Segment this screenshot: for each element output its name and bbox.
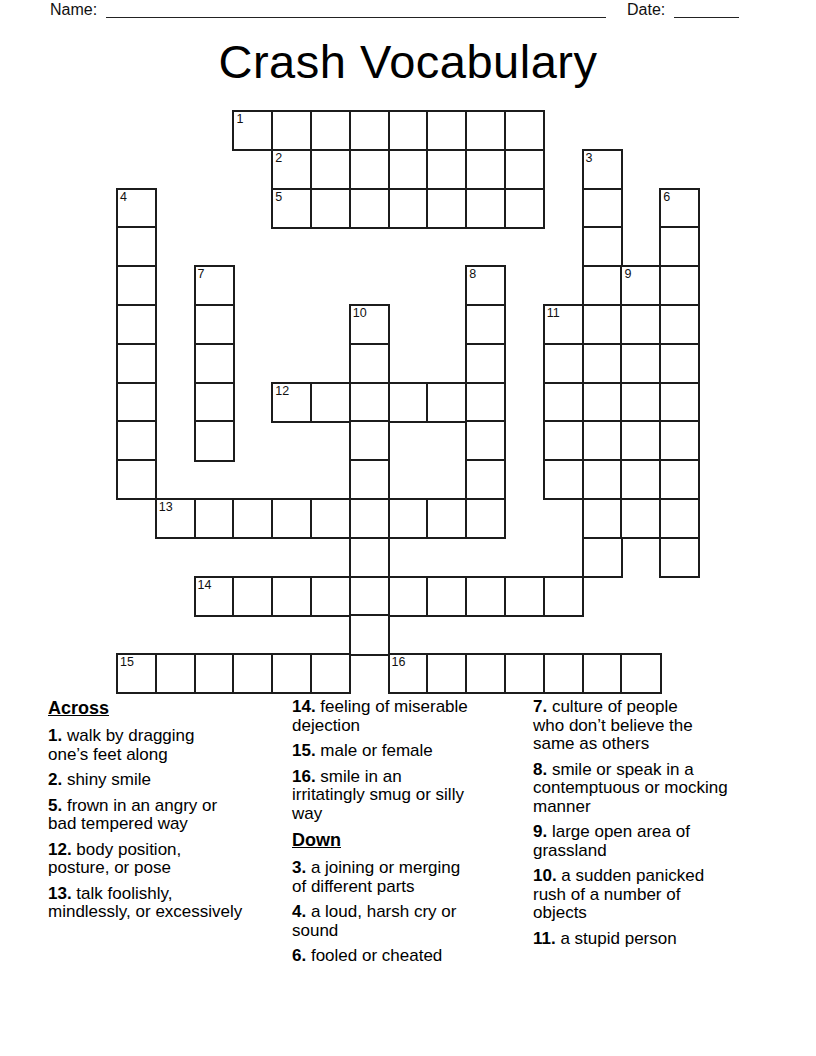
clue-number: 1. — [48, 726, 62, 745]
clue-text: a joining or merging of different parts — [292, 858, 460, 896]
grid-cell[interactable] — [349, 382, 390, 423]
clue-item-13: 13. talk foolishly, mindlessly, or exces… — [48, 885, 282, 922]
grid-cell[interactable] — [504, 188, 545, 229]
clue-item-4: 4. a loud, harsh cry or sound — [292, 903, 523, 940]
grid-cell[interactable] — [465, 576, 506, 617]
grid-cell[interactable] — [582, 653, 623, 694]
clue-column: 14. feeling of miserable dejection15. ma… — [292, 698, 533, 973]
grid-cell[interactable] — [465, 653, 506, 694]
cell-number: 13 — [159, 500, 173, 514]
clue-item-3: 3. a joining or merging of different par… — [292, 859, 523, 896]
grid-cell[interactable] — [349, 149, 390, 190]
grid-cell[interactable] — [620, 420, 661, 461]
grid-cell[interactable] — [349, 110, 390, 151]
grid-cell[interactable] — [116, 304, 157, 345]
clue-item-2: 2. shiny smile — [48, 771, 282, 790]
across-header: Across — [48, 698, 282, 719]
grid-cell[interactable] — [465, 459, 506, 500]
grid-cell[interactable] — [116, 459, 157, 500]
clue-text: a stupid person — [556, 929, 677, 948]
grid-cell[interactable] — [271, 576, 312, 617]
grid-cell[interactable] — [426, 110, 467, 151]
clue-number: 8. — [533, 760, 547, 779]
clue-number: 10. — [533, 866, 557, 885]
clue-item-9: 9. large open area of grassland — [533, 823, 770, 860]
cell-number: 6 — [663, 190, 670, 204]
grid-cell[interactable] — [349, 576, 390, 617]
grid-cell[interactable] — [116, 226, 157, 267]
clue-item-16: 16. smile in an irritatingly smug or sil… — [292, 768, 523, 824]
grid-cell[interactable] — [194, 382, 235, 423]
grid-cell[interactable] — [310, 110, 351, 151]
clue-text: smile in an irritatingly smug or silly w… — [292, 767, 464, 823]
clue-item-14: 14. feeling of miserable dejection — [292, 698, 523, 735]
grid-cell[interactable] — [349, 614, 390, 655]
grid-cell[interactable]: 9 — [620, 265, 661, 306]
grid-cell[interactable] — [310, 653, 351, 694]
grid-cell[interactable]: 6 — [659, 188, 700, 229]
clue-text: talk foolishly, mindlessly, or excessive… — [48, 884, 242, 922]
grid-cell[interactable] — [310, 149, 351, 190]
grid-cell[interactable] — [582, 459, 623, 500]
name-label: Name: — [50, 1, 97, 19]
clue-number: 15. — [292, 741, 316, 760]
clue-number: 2. — [48, 770, 62, 789]
grid-cell[interactable] — [465, 304, 506, 345]
clue-text: culture of people who don’t believe the … — [533, 697, 693, 753]
clue-item-5: 5. frown in an angry or bad tempered way — [48, 797, 282, 834]
cell-number: 10 — [353, 306, 367, 320]
cell-number: 7 — [198, 267, 205, 281]
date-label: Date: — [627, 1, 665, 19]
grid-cell[interactable] — [543, 576, 584, 617]
grid-cell[interactable] — [388, 382, 429, 423]
clue-text: large open area of grassland — [533, 822, 690, 860]
grid-cell[interactable] — [582, 382, 623, 423]
grid-cell[interactable] — [659, 343, 700, 384]
grid-cell[interactable] — [271, 498, 312, 539]
grid-cell[interactable] — [620, 343, 661, 384]
grid-cell[interactable] — [543, 343, 584, 384]
grid-cell[interactable] — [194, 420, 235, 461]
grid-cell[interactable] — [232, 653, 273, 694]
puzzle-title: Crash Vocabulary — [0, 34, 816, 89]
grid-cell[interactable] — [543, 653, 584, 694]
grid-cell[interactable] — [388, 498, 429, 539]
grid-cell[interactable]: 16 — [388, 653, 429, 694]
grid-cell[interactable] — [659, 537, 700, 578]
grid-cell[interactable] — [426, 653, 467, 694]
grid-cell[interactable]: 1 — [232, 110, 273, 151]
clue-item-8: 8. smile or speak in a contemptuous or m… — [533, 761, 770, 817]
cell-number: 12 — [275, 384, 289, 398]
grid-cell[interactable] — [465, 110, 506, 151]
cell-number: 8 — [469, 267, 476, 281]
clue-number: 9. — [533, 822, 547, 841]
grid-cell[interactable] — [504, 576, 545, 617]
cell-number: 15 — [120, 655, 134, 669]
grid-cell[interactable] — [310, 382, 351, 423]
grid-cell[interactable] — [659, 498, 700, 539]
grid-cell[interactable] — [426, 498, 467, 539]
grid-cell[interactable]: 11 — [543, 304, 584, 345]
cell-number: 5 — [275, 190, 282, 204]
grid-cell[interactable] — [543, 382, 584, 423]
grid-cell[interactable]: 3 — [582, 149, 623, 190]
grid-cell[interactable] — [659, 459, 700, 500]
grid-cell[interactable] — [543, 420, 584, 461]
clue-text: a sudden panicked rush of a number of ob… — [533, 866, 704, 922]
clue-number: 13. — [48, 884, 72, 903]
grid-cell[interactable] — [582, 343, 623, 384]
grid-cell[interactable]: 5 — [271, 188, 312, 229]
clue-text: smile or speak in a contemptuous or mock… — [533, 760, 728, 816]
grid-cell[interactable] — [232, 576, 273, 617]
grid-cell[interactable] — [349, 188, 390, 229]
grid-cell[interactable] — [582, 188, 623, 229]
grid-cell[interactable] — [620, 498, 661, 539]
clue-text: male or female — [316, 741, 433, 760]
grid-cell[interactable] — [388, 576, 429, 617]
clue-text: walk by dragging one’s feet along — [48, 726, 195, 764]
grid-cell[interactable] — [659, 226, 700, 267]
grid-cell[interactable] — [465, 343, 506, 384]
clue-text: a loud, harsh cry or sound — [292, 902, 456, 940]
grid-cell[interactable] — [582, 265, 623, 306]
grid-cell[interactable] — [116, 343, 157, 384]
grid-cell[interactable] — [582, 498, 623, 539]
clue-text: feeling of miserable dejection — [292, 697, 468, 735]
grid-cell[interactable] — [620, 382, 661, 423]
cell-number: 2 — [275, 151, 282, 165]
name-input-line[interactable] — [106, 17, 606, 18]
clue-item-1: 1. walk by dragging one’s feet along — [48, 727, 282, 764]
down-header: Down — [292, 830, 523, 851]
grid-cell[interactable] — [582, 420, 623, 461]
clue-item-12: 12. body position, posture, or pose — [48, 841, 282, 878]
grid-cell[interactable] — [504, 653, 545, 694]
clue-number: 16. — [292, 767, 316, 786]
cell-number: 14 — [198, 578, 212, 592]
grid-cell[interactable] — [194, 653, 235, 694]
clue-number: 3. — [292, 858, 306, 877]
grid-cell[interactable] — [388, 110, 429, 151]
clue-number: 12. — [48, 840, 72, 859]
cell-number: 4 — [120, 190, 127, 204]
grid-cell[interactable] — [232, 498, 273, 539]
grid-cell[interactable] — [465, 149, 506, 190]
grid-cell[interactable] — [620, 653, 661, 694]
grid-cell[interactable] — [620, 459, 661, 500]
grid-cell[interactable] — [504, 149, 545, 190]
clue-text: frown in an angry or bad tempered way — [48, 796, 217, 834]
grid-cell[interactable]: 4 — [116, 188, 157, 229]
grid-cell[interactable] — [465, 420, 506, 461]
grid-cell[interactable] — [116, 265, 157, 306]
grid-cell[interactable] — [116, 420, 157, 461]
clue-item-15: 15. male or female — [292, 742, 523, 761]
clue-text: shiny smile — [62, 770, 151, 789]
clue-number: 5. — [48, 796, 62, 815]
grid-cell[interactable]: 14 — [194, 576, 235, 617]
grid-cell[interactable] — [659, 420, 700, 461]
grid-cell[interactable] — [155, 653, 196, 694]
grid-cell[interactable] — [659, 382, 700, 423]
cell-number: 9 — [624, 267, 631, 281]
clue-item-7: 7. culture of people who don’t believe t… — [533, 698, 770, 754]
grid-cell[interactable] — [620, 304, 661, 345]
crossword-grid: 12345678910111213141516 — [116, 110, 701, 695]
date-input-line[interactable] — [674, 17, 739, 18]
grid-cell[interactable] — [271, 653, 312, 694]
clue-number: 11. — [533, 929, 556, 948]
grid-cell[interactable] — [582, 226, 623, 267]
clues-section: Across1. walk by dragging one’s feet alo… — [48, 698, 780, 973]
grid-cell[interactable] — [349, 498, 390, 539]
grid-cell[interactable] — [582, 537, 623, 578]
grid-cell[interactable]: 13 — [155, 498, 196, 539]
grid-cell[interactable] — [659, 265, 700, 306]
grid-cell[interactable]: 15 — [116, 653, 157, 694]
clue-number: 6. — [292, 946, 306, 965]
grid-cell[interactable] — [504, 110, 545, 151]
clue-item-6: 6. fooled or cheated — [292, 947, 523, 966]
grid-cell[interactable] — [465, 382, 506, 423]
grid-cell[interactable] — [349, 420, 390, 461]
grid-cell[interactable] — [194, 304, 235, 345]
clue-number: 14. — [292, 697, 316, 716]
grid-cell[interactable] — [543, 459, 584, 500]
grid-cell[interactable] — [349, 343, 390, 384]
grid-cell[interactable] — [310, 188, 351, 229]
grid-cell[interactable]: 7 — [194, 265, 235, 306]
cell-number: 1 — [236, 112, 243, 126]
grid-cell[interactable] — [310, 576, 351, 617]
clue-number: 4. — [292, 902, 306, 921]
clue-column: 7. culture of people who don’t believe t… — [533, 698, 780, 973]
grid-cell[interactable] — [310, 498, 351, 539]
grid-cell[interactable] — [116, 382, 157, 423]
grid-cell[interactable] — [582, 304, 623, 345]
grid-cell[interactable] — [194, 343, 235, 384]
clue-item-10: 10. a sudden panicked rush of a number o… — [533, 867, 770, 923]
grid-cell[interactable]: 2 — [271, 149, 312, 190]
grid-cell[interactable] — [659, 304, 700, 345]
grid-cell[interactable]: 12 — [271, 382, 312, 423]
grid-cell[interactable] — [426, 576, 467, 617]
cell-number: 16 — [392, 655, 406, 669]
grid-cell[interactable] — [388, 149, 429, 190]
cell-number: 11 — [547, 306, 560, 320]
grid-cell[interactable] — [194, 498, 235, 539]
grid-cell[interactable] — [426, 149, 467, 190]
grid-cell[interactable] — [349, 459, 390, 500]
grid-cell[interactable] — [349, 537, 390, 578]
grid-cell[interactable] — [465, 188, 506, 229]
clue-column: Across1. walk by dragging one’s feet alo… — [48, 698, 292, 973]
grid-cell[interactable] — [465, 498, 506, 539]
clue-text: fooled or cheated — [306, 946, 442, 965]
grid-cell[interactable]: 10 — [349, 304, 390, 345]
grid-cell[interactable] — [426, 382, 467, 423]
grid-cell[interactable] — [426, 188, 467, 229]
grid-cell[interactable]: 8 — [465, 265, 506, 306]
clue-item-11: 11. a stupid person — [533, 930, 770, 949]
cell-number: 3 — [586, 151, 593, 165]
grid-cell[interactable] — [271, 110, 312, 151]
clue-number: 7. — [533, 697, 547, 716]
grid-cell[interactable] — [388, 188, 429, 229]
worksheet-page: Name: Date: Crash Vocabulary 12345678910… — [0, 0, 816, 1056]
